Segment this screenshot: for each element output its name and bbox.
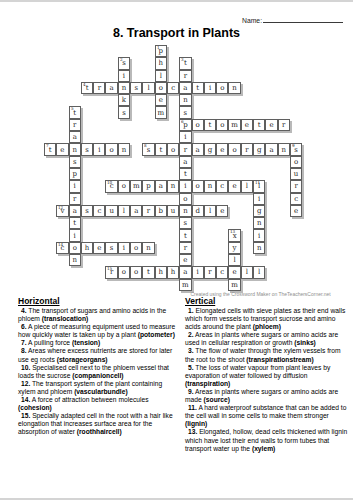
cell-letter: m [182,281,189,289]
grid-cell[interactable]: t [253,119,265,131]
grid-cell[interactable]: 14c [56,242,68,254]
grid-cell[interactable]: o [155,82,167,94]
cell-letter: m [133,182,140,190]
cell-letter: n [282,146,287,154]
grid-cell[interactable]: 1p [155,45,167,57]
cell-letter: o [73,244,77,252]
cell-letter: l [246,182,248,190]
grid-cell[interactable]: s [69,156,81,168]
grid-cell[interactable]: i [179,131,191,143]
cell-letter: e [245,121,249,129]
grid-cell[interactable]: m [179,279,191,291]
horizontal-heading: Horizontal [18,296,179,306]
grid-cell[interactable]: e [228,266,240,278]
grid-cell[interactable]: u [290,168,302,180]
cell-letter: l [233,256,235,264]
grid-cell[interactable]: i [69,180,81,192]
cell-letter: r [184,244,187,252]
cell-letter: g [208,146,212,154]
cell-letter: o [220,121,224,129]
grid-cell[interactable]: o [216,119,228,131]
grid-cell[interactable]: n [228,82,240,94]
cell-letter: a [183,84,187,92]
grid-cell[interactable]: 6p [179,119,191,131]
grid-cell[interactable]: t [179,229,191,241]
name-blank-line[interactable] [263,15,343,23]
page-title: 8. Transport in Plants [0,26,353,40]
cell-letter: o [220,84,224,92]
grid-cell[interactable]: o [192,180,204,192]
cell-letter: t [73,219,76,227]
name-label: Name: [242,17,262,24]
grid-cell[interactable]: a [69,205,81,217]
cell-letter: a [183,268,187,276]
clue-number: 14 [58,243,63,247]
grid-cell[interactable]: n [204,180,216,192]
cell-letter: n [232,84,237,92]
cell-letter: i [209,84,211,92]
grid-cell[interactable]: n [142,242,154,254]
cell-letter: c [97,207,101,215]
cell-letter: l [160,72,162,80]
grid-cell[interactable]: n [69,143,81,155]
cell-letter: t [147,268,150,276]
grid-cell[interactable]: r [241,143,253,155]
grid-cell[interactable]: e [155,94,167,106]
cell-letter: r [147,207,150,215]
cell-letter: o [183,195,187,203]
clue-number: 6 [181,120,184,124]
grid-cell[interactable]: s [179,217,191,229]
cell-letter: r [184,72,187,80]
clue-item: 15. Specially adapted cell in the root w… [18,412,179,436]
cell-letter: i [197,268,199,276]
grid-cell[interactable]: l [142,82,154,94]
grid-cell[interactable]: 2s [118,57,130,69]
cell-letter: n [183,96,188,104]
grid-cell[interactable]: c [216,266,228,278]
cell-letter: n [183,207,188,215]
cell-letter: t [73,109,76,117]
grid-cell[interactable]: h [167,266,179,278]
clue-number: 1 [157,46,160,50]
grid-cell[interactable]: 11l [253,180,265,192]
crossword-grid: 1p2sh3tilr4translocationken5tsmsr6potome… [44,45,302,291]
cell-letter: o [159,84,163,92]
grid-cell[interactable]: r [179,143,191,155]
grid-cell[interactable]: s [118,106,130,118]
grid-cell[interactable]: i [253,193,265,205]
cell-letter: s [184,219,188,227]
grid-cell[interactable]: l [155,70,167,82]
cell-letter: b [159,207,163,215]
cell-letter: e [233,268,237,276]
grid-cell[interactable]: u [167,205,179,217]
clue-number: 13 [230,230,235,234]
cell-letter: h [159,268,164,276]
grid-cell[interactable]: 7t [44,143,56,155]
clue-number: 12 [58,206,63,210]
grid-cell[interactable]: e [241,119,253,131]
grid-cell[interactable]: g [204,143,216,155]
cell-letter: s [122,109,126,117]
grid-cell[interactable]: m [130,180,142,192]
cell-letter: r [98,84,101,92]
cell-letter: i [258,232,260,240]
grid-cell[interactable]: s [81,205,93,217]
cell-letter: r [282,121,285,129]
grid-cell[interactable]: i [253,229,265,241]
grid-cell[interactable]: r [142,205,154,217]
cell-letter: r [73,121,76,129]
grid-cell[interactable]: 3t [179,57,191,69]
grid-cell[interactable]: r [69,119,81,131]
page-edge-top [0,0,353,2]
grid-cell[interactable]: i [204,82,216,94]
cell-letter: e [183,256,187,264]
grid-cell[interactable]: t [155,143,167,155]
grid-cell[interactable]: m [155,106,167,118]
grid-cell[interactable]: 5t [69,106,81,118]
cell-letter: a [183,158,187,166]
cell-letter: p [183,121,187,129]
clue-item: 7. A pulling force (tension) [18,339,179,347]
clue-item: 14. A force of attraction between molecu… [18,396,179,412]
grid-cell[interactable]: m [228,119,240,131]
grid-cell[interactable]: t [179,168,191,180]
cell-letter: t [184,170,187,178]
grid-cell[interactable]: a [192,143,204,155]
grid-cell[interactable]: o [216,82,228,94]
clue-number: 7 [46,144,49,148]
cell-letter: n [122,146,127,154]
grid-cell[interactable]: l [118,205,130,217]
grid-cell[interactable]: o [118,180,130,192]
grid-cell[interactable]: g [253,205,265,217]
cell-letter: e [60,146,64,154]
cell-letter: a [110,84,114,92]
grid-cell[interactable]: n [118,82,130,94]
clue-number: 9 [292,144,295,148]
cell-letter: o [122,182,126,190]
vertical-clues: Vertical 1. Elongated cells with sieve p… [185,296,349,453]
clue-item: 10. Specialised cell next to the phloem … [18,364,179,380]
cell-letter: r [294,182,297,190]
cell-letter: r [208,268,211,276]
horizontal-clue-list: 4. The transport of sugars and amino aci… [18,307,179,437]
grid-cell[interactable]: a [105,82,117,94]
clue-item: 9. Areas in plants where sugars or amino… [185,388,349,404]
cell-letter: o [196,121,200,129]
cell-letter: t [184,232,187,240]
grid-cell[interactable]: g [253,143,265,155]
clue-item: 3. The flow of water through the xylem v… [185,347,349,363]
cell-letter: e [159,96,163,104]
grid-cell[interactable]: e [56,143,68,155]
grid-cell[interactable]: s [130,82,142,94]
cell-letter: n [72,146,77,154]
clue-item: 1. Elongated cells with sieve plates as … [185,307,349,331]
cell-letter: t [49,146,52,154]
grid-cell[interactable]: r [278,119,290,131]
grid-cell[interactable]: i [118,242,130,254]
grid-cell[interactable]: 13x [228,229,240,241]
cell-letter: m [231,281,238,289]
clue-item: 6. A piece of measuring equipment used t… [18,323,179,339]
cell-letter: o [134,268,138,276]
grid-cell[interactable]: n [179,205,191,217]
grid-cell[interactable]: 12v [56,205,68,217]
cell-letter: c [220,268,224,276]
cell-letter: i [74,182,76,190]
grid-cell[interactable]: a [155,180,167,192]
clue-number: 8 [144,144,147,148]
cell-letter: s [134,84,138,92]
grid-cell[interactable]: r [69,193,81,205]
clue-item: 13. Elongated, hollow, dead cells thicke… [185,428,349,452]
grid-cell[interactable]: n [253,217,265,229]
grid-cell[interactable]: o [228,143,240,155]
cell-letter: c [220,182,224,190]
grid-cell[interactable]: h [155,57,167,69]
grid-cell[interactable]: o [290,156,302,168]
cell-letter: o [171,146,175,154]
clues-section: Horizontal 4. The transport of sugars an… [18,296,349,453]
grid-cell[interactable]: 8s [142,143,154,155]
grid-cell[interactable]: o [130,242,142,254]
cell-letter: n [171,182,176,190]
clue-item: 11. A hard waterproof substance that can… [185,404,349,428]
clue-number: 3 [181,58,184,62]
cell-letter: m [158,109,165,117]
grid-cell[interactable]: r [204,266,216,278]
grid-cell[interactable]: o [130,266,142,278]
cell-letter: h [159,59,164,67]
cell-letter: c [294,195,298,203]
cell-letter: e [97,244,101,252]
grid-cell[interactable]: i [93,143,105,155]
clue-number: 15 [107,267,112,271]
cell-letter: n [122,84,127,92]
cell-letter: y [233,244,237,252]
cell-letter: n [72,256,77,264]
clue-item: 2. Areas in plants where sugars or amino… [185,331,349,347]
cell-letter: e [233,182,237,190]
cell-letter: t [184,59,187,67]
cell-letter: g [257,146,261,154]
cell-letter: l [123,207,125,215]
cell-letter: e [269,121,273,129]
cell-letter: s [85,146,89,154]
grid-cell[interactable]: r [93,82,105,94]
cell-letter: s [294,146,298,154]
cell-letter: h [85,244,90,252]
grid-cell[interactable]: u [105,205,117,217]
grid-cell[interactable]: s [179,106,191,118]
cell-letter: t [258,121,261,129]
grid-cell[interactable]: c [290,193,302,205]
grid-cell[interactable]: n [278,143,290,155]
cell-letter: o [110,146,114,154]
vertical-heading: Vertical [185,296,349,306]
grid-cell[interactable]: e [93,242,105,254]
grid-cell[interactable]: t [69,217,81,229]
grid-cell[interactable]: n [167,180,179,192]
grid-cell[interactable]: e [265,119,277,131]
cell-letter: o [232,146,236,154]
grid-cell[interactable]: p [142,180,154,192]
grid-cell[interactable]: l [204,205,216,217]
grid-cell[interactable]: e [228,180,240,192]
grid-cell[interactable]: s [81,143,93,155]
grid-cell[interactable]: y [228,242,240,254]
grid-cell[interactable]: m [228,279,240,291]
grid-cell[interactable]: c [167,82,179,94]
grid-cell[interactable]: e [216,143,228,155]
cell-letter: t [159,146,162,154]
grid-cell[interactable]: t [192,82,204,94]
cell-letter: m [231,121,238,129]
grid-cell[interactable]: c [93,205,105,217]
grid-cell[interactable]: t [142,266,154,278]
cell-letter: t [196,84,199,92]
cell-letter: u [171,207,176,215]
clue-item: 5. The loss of water vapour from plant l… [185,364,349,388]
grid-cell[interactable]: r [179,70,191,82]
cell-letter: s [184,109,188,117]
cell-letter: a [196,146,200,154]
grid-cell[interactable]: h [81,242,93,254]
grid-cell[interactable]: a [130,205,142,217]
grid-cell[interactable]: p [69,168,81,180]
grid-cell[interactable]: t [204,119,216,131]
cell-letter: o [122,268,126,276]
clue-number: 5 [71,107,74,111]
cell-letter: s [85,207,89,215]
cell-letter: i [123,72,125,80]
cell-letter: s [147,146,151,154]
cell-letter: a [73,207,77,215]
cell-letter: n [257,244,262,252]
grid-cell[interactable]: 10c [105,180,117,192]
grid-cell[interactable]: o [69,242,81,254]
grid-cell[interactable]: 15r [105,266,117,278]
grid-cell[interactable]: n [179,94,191,106]
grid-cell[interactable]: 4t [81,82,93,94]
clue-number: 10 [107,181,112,185]
cell-letter: r [184,146,187,154]
grid-cell[interactable]: i [192,266,204,278]
cell-letter: a [73,133,77,141]
grid-cell[interactable]: r [290,180,302,192]
grid-cell[interactable]: l [228,254,240,266]
clue-item: 8. Areas where excess nutrients are stor… [18,347,179,363]
cell-letter: e [220,207,224,215]
clue-item: 4. The transport of sugars and amino aci… [18,307,179,323]
cell-letter: c [171,84,175,92]
cell-letter: l [147,84,149,92]
cell-letter: p [146,182,150,190]
cell-letter: i [98,146,100,154]
grid-cell[interactable]: e [290,205,302,217]
grid-cell[interactable]: o [118,266,130,278]
name-row: Name: [242,15,343,24]
grid-cell[interactable]: s [105,242,117,254]
grid-cell[interactable]: c [216,180,228,192]
cell-letter: i [184,133,186,141]
cell-letter: n [257,219,262,227]
grid-cell[interactable]: n [69,254,81,266]
cell-letter: t [86,84,89,92]
grid-cell[interactable]: l [253,266,265,278]
grid-cell[interactable]: d [192,205,204,217]
cell-letter: g [257,207,261,215]
grid-cell[interactable]: h [155,266,167,278]
grid-cell[interactable]: o [192,119,204,131]
cell-letter: i [74,232,76,240]
grid-cell[interactable]: a [179,156,191,168]
grid-cell[interactable]: k [118,94,130,106]
cell-letter: t [209,121,212,129]
grid-cell[interactable]: l [241,266,253,278]
cell-letter: o [294,158,298,166]
grid-cell[interactable]: a [179,266,191,278]
cell-letter: a [134,207,138,215]
cell-letter: p [73,170,77,178]
worksheet-page: Name: 8. Transport in Plants 1p2sh3tilr4… [0,0,353,500]
cell-letter: i [258,195,260,203]
grid-cell[interactable]: e [179,254,191,266]
clue-item: 12. The transport system of the plant co… [18,380,179,396]
cell-letter: s [110,244,114,252]
grid-cell[interactable]: 9s [290,143,302,155]
cell-letter: e [220,146,224,154]
grid-cell[interactable]: o [167,143,179,155]
grid-cell[interactable]: i [118,70,130,82]
grid-cell[interactable]: a [265,143,277,155]
cell-letter: e [294,207,298,215]
grid-cell[interactable]: i [179,180,191,192]
cell-letter: d [195,207,199,215]
cell-letter: o [196,182,200,190]
grid-cell[interactable]: r [179,242,191,254]
grid-cell[interactable]: b [155,205,167,217]
grid-cell[interactable]: l [241,180,253,192]
cell-letter: a [269,146,273,154]
grid-cell[interactable]: n [253,242,265,254]
cell-letter: l [246,268,248,276]
cell-letter: u [294,170,299,178]
cell-letter: n [146,244,151,252]
grid-cell[interactable]: a [69,131,81,143]
vertical-clue-list: 1. Elongated cells with sieve plates as … [185,307,349,453]
clue-number: 4 [83,83,86,87]
grid-cell[interactable]: e [216,205,228,217]
cell-letter: u [109,207,114,215]
grid-cell[interactable]: n [118,143,130,155]
clue-number: 11 [255,181,260,185]
grid-cell[interactable]: o [105,143,117,155]
grid-cell[interactable]: a [179,82,191,94]
cell-letter: r [245,146,248,154]
cell-letter: i [184,182,186,190]
horizontal-clues: Horizontal 4. The transport of sugars an… [18,296,179,453]
grid-cell[interactable]: o [179,193,191,205]
clue-number: 2 [120,58,123,62]
cell-letter: o [134,244,138,252]
grid-cell[interactable]: i [69,229,81,241]
cell-letter: n [208,182,213,190]
